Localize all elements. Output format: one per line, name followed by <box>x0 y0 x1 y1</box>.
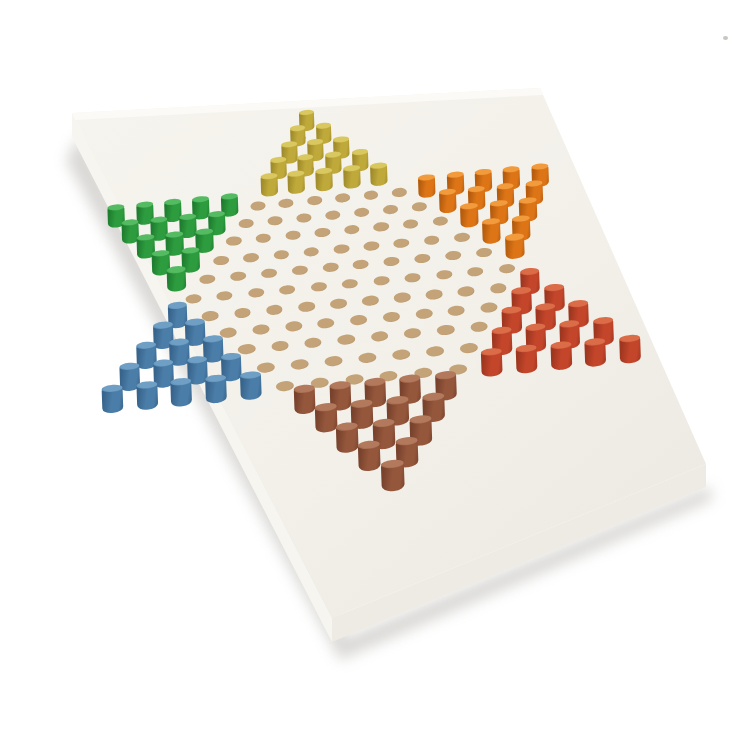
yellow-peg-piece <box>370 162 387 186</box>
peg-top-face <box>281 140 297 147</box>
hole-empty <box>317 318 335 329</box>
orange-peg-piece <box>505 233 524 260</box>
empty-hole-cell[interactable] <box>459 261 492 282</box>
peg-red[interactable] <box>577 344 613 367</box>
brown-peg-piece <box>315 403 337 435</box>
yellow-peg-piece <box>288 170 305 194</box>
peg-blue[interactable] <box>233 378 269 401</box>
hole-empty <box>475 247 492 258</box>
hole-empty <box>314 228 330 238</box>
board-row-12 <box>0 293 750 311</box>
blue-peg-piece <box>171 377 193 407</box>
hole-empty <box>250 201 265 211</box>
orange-peg-piece <box>439 188 457 213</box>
blue-peg-piece <box>136 380 158 410</box>
hole-empty <box>266 304 284 315</box>
hole-empty <box>353 259 370 270</box>
hole-empty <box>234 307 252 318</box>
hole-empty <box>498 263 515 274</box>
hole-empty <box>358 352 377 364</box>
hole-empty <box>333 244 350 255</box>
hole-empty <box>330 298 348 309</box>
hole-empty <box>325 210 341 220</box>
orange-peg-piece <box>418 174 436 199</box>
hole-empty <box>279 284 296 295</box>
hole-empty <box>457 285 475 296</box>
empty-hole-cell[interactable] <box>315 350 351 372</box>
empty-hole-cell[interactable] <box>239 282 272 303</box>
hole-empty <box>382 311 400 322</box>
hole-empty <box>278 198 293 208</box>
peg-blue[interactable] <box>164 384 200 407</box>
hole-empty <box>337 335 355 347</box>
hole-empty <box>467 266 484 277</box>
hole-empty <box>260 268 277 279</box>
hole-empty <box>298 301 316 312</box>
hole-empty <box>454 232 471 243</box>
empty-hole-cell[interactable] <box>383 344 419 366</box>
hole-empty <box>243 252 260 263</box>
hole-empty <box>252 324 270 335</box>
yellow-peg-piece <box>315 168 332 192</box>
board-row-21 <box>0 469 750 490</box>
hole-empty <box>267 216 283 226</box>
empty-hole-cell[interactable] <box>417 340 453 362</box>
hole-empty <box>423 235 440 246</box>
hole-empty <box>415 308 433 319</box>
hole-empty <box>216 290 233 301</box>
empty-hole-cell[interactable] <box>349 347 385 369</box>
hole-empty <box>213 255 230 266</box>
hole-empty <box>447 305 465 316</box>
hole-empty <box>393 238 410 249</box>
hole-empty <box>432 217 448 227</box>
hole-empty <box>238 219 254 229</box>
orange-peg-piece <box>482 218 501 245</box>
hole-empty <box>354 207 370 217</box>
orange-peg-piece <box>460 203 479 229</box>
hole-empty <box>425 289 443 300</box>
hole-empty <box>391 187 406 197</box>
hole-empty <box>303 246 320 257</box>
board-row-2 <box>0 130 750 145</box>
peg-star <box>0 0 750 750</box>
empty-hole-cell[interactable] <box>271 279 304 300</box>
hole-empty <box>324 355 343 367</box>
hole-empty <box>392 349 411 361</box>
hole-empty <box>445 250 462 261</box>
brown-peg-piece <box>358 440 381 473</box>
board-row-20 <box>0 448 750 469</box>
peg-red[interactable] <box>508 351 544 374</box>
board-row-13 <box>0 311 750 330</box>
hole-empty <box>489 282 507 293</box>
hole-empty <box>341 278 358 289</box>
empty-hole-cell[interactable] <box>365 270 398 291</box>
hole-empty <box>414 253 431 264</box>
peg-red[interactable] <box>543 348 579 371</box>
red-peg-piece <box>481 347 503 377</box>
hole-empty <box>383 256 400 267</box>
hole-empty <box>480 302 498 313</box>
empty-hole-cell[interactable] <box>302 276 335 297</box>
brown-peg-piece <box>381 459 405 492</box>
hole-empty <box>373 222 389 232</box>
hole-empty <box>459 342 478 354</box>
peg-blue[interactable] <box>95 391 131 414</box>
brown-peg-piece <box>294 385 316 416</box>
hole-empty <box>284 321 302 332</box>
hole-empty <box>230 271 247 282</box>
hole-empty <box>226 237 242 247</box>
red-peg-piece <box>619 333 641 363</box>
hole-empty <box>285 231 301 241</box>
hole-empty <box>470 322 488 334</box>
hole-empty <box>363 190 378 200</box>
hole-empty <box>411 202 427 212</box>
red-peg-piece <box>584 337 606 367</box>
peg-red[interactable] <box>474 354 510 377</box>
red-peg-piece <box>550 340 572 370</box>
empty-hole-cell[interactable] <box>428 264 461 285</box>
hole-empty <box>350 315 368 326</box>
hole-empty <box>426 346 445 358</box>
brown-peg-piece <box>336 421 359 453</box>
hole-empty <box>322 262 339 273</box>
hole-empty <box>185 293 202 304</box>
peg-orange[interactable] <box>498 240 530 260</box>
board-row-3 <box>0 145 750 160</box>
hole-empty <box>310 281 327 292</box>
hole-empty <box>296 213 312 223</box>
empty-hole-cell[interactable] <box>208 285 241 306</box>
hole-empty <box>199 274 216 285</box>
hole-empty <box>304 338 322 350</box>
hole-empty <box>373 275 390 286</box>
hole-empty <box>255 234 271 244</box>
green-peg-piece <box>167 265 186 292</box>
hole-empty <box>307 195 322 205</box>
hole-empty <box>273 249 290 260</box>
hole-empty <box>404 272 421 283</box>
hole-empty <box>363 241 380 252</box>
hole-empty <box>291 265 308 276</box>
blue-peg-piece <box>102 383 124 413</box>
board-row-1 <box>0 116 750 130</box>
hole-empty <box>335 193 350 203</box>
peg-blue[interactable] <box>198 381 234 404</box>
hole-empty <box>362 295 380 306</box>
hole-empty <box>290 359 309 371</box>
hole-empty <box>344 225 360 235</box>
hole-empty <box>404 328 422 340</box>
hole-empty <box>437 325 455 337</box>
red-peg-piece <box>515 343 537 373</box>
hole-empty <box>383 205 399 215</box>
blue-peg-piece <box>240 370 262 400</box>
peg-blue[interactable] <box>129 388 165 411</box>
hole-empty <box>271 341 289 353</box>
hole-empty <box>435 269 452 280</box>
yellow-peg-piece <box>343 165 360 189</box>
hole-empty <box>403 220 419 230</box>
empty-hole-cell[interactable] <box>396 267 429 288</box>
chinese-checkers-scene <box>0 0 750 750</box>
empty-hole-cell[interactable] <box>490 258 523 279</box>
hole-empty <box>247 287 264 298</box>
empty-hole-cell[interactable] <box>282 353 318 375</box>
empty-hole-cell[interactable] <box>333 273 366 294</box>
hole-empty <box>370 332 388 344</box>
blue-peg-piece <box>205 373 227 403</box>
peg-brown[interactable] <box>373 468 413 493</box>
hole-empty <box>393 292 411 303</box>
peg-red[interactable] <box>612 341 648 364</box>
hole-empty <box>276 380 295 392</box>
yellow-peg-piece <box>260 173 277 197</box>
